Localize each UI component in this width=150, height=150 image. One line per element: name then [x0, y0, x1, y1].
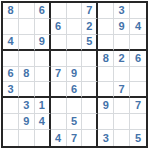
cell-r7c9[interactable]: 7: [130, 98, 146, 114]
cell-r7c4[interactable]: [51, 98, 67, 114]
cell-r1c6[interactable]: 7: [82, 3, 98, 19]
cell-r8c1[interactable]: [3, 114, 19, 130]
cell-r9c5[interactable]: 7: [67, 130, 83, 146]
cell-r9c9[interactable]: 5: [130, 130, 146, 146]
cell-r8c8[interactable]: [114, 114, 130, 130]
cell-r7c6[interactable]: [82, 98, 98, 114]
cell-r8c5[interactable]: 5: [67, 114, 83, 130]
sudoku-board-wrapper: 86736294495826687936731979454735: [0, 0, 150, 150]
cell-r6c6[interactable]: [82, 82, 98, 98]
cell-r8c6[interactable]: [82, 114, 98, 130]
cell-r1c3[interactable]: 6: [35, 3, 51, 19]
cell-r4c2[interactable]: [19, 51, 35, 67]
cell-r9c1[interactable]: [3, 130, 19, 146]
cell-r8c7[interactable]: [98, 114, 114, 130]
cell-r6c8[interactable]: 7: [114, 82, 130, 98]
cell-r2c3[interactable]: [35, 19, 51, 35]
cell-r8c3[interactable]: 4: [35, 114, 51, 130]
cell-r3c5[interactable]: [67, 35, 83, 51]
sudoku-board: 86736294495826687936731979454735: [1, 1, 148, 148]
cell-r6c7[interactable]: [98, 82, 114, 98]
cell-r8c9[interactable]: [130, 114, 146, 130]
cell-r4c4[interactable]: [51, 51, 67, 67]
cell-r7c3[interactable]: 1: [35, 98, 51, 114]
cell-r9c6[interactable]: [82, 130, 98, 146]
cell-r3c3[interactable]: 9: [35, 35, 51, 51]
cell-r2c7[interactable]: [98, 19, 114, 35]
cell-r1c8[interactable]: 3: [114, 3, 130, 19]
cell-r5c3[interactable]: [35, 67, 51, 83]
cell-r7c8[interactable]: [114, 98, 130, 114]
cell-r4c7[interactable]: 8: [98, 51, 114, 67]
cell-r3c8[interactable]: [114, 35, 130, 51]
cell-r6c2[interactable]: [19, 82, 35, 98]
cell-r6c5[interactable]: 6: [67, 82, 83, 98]
cell-r8c2[interactable]: 9: [19, 114, 35, 130]
cell-r3c7[interactable]: [98, 35, 114, 51]
cell-r2c5[interactable]: [67, 19, 83, 35]
cell-r2c6[interactable]: 2: [82, 19, 98, 35]
cell-r2c2[interactable]: [19, 19, 35, 35]
cell-r5c2[interactable]: 8: [19, 67, 35, 83]
cell-r6c4[interactable]: [51, 82, 67, 98]
cell-r6c1[interactable]: 3: [3, 82, 19, 98]
cell-r6c9[interactable]: [130, 82, 146, 98]
cell-r7c1[interactable]: [3, 98, 19, 114]
cell-r1c9[interactable]: [130, 3, 146, 19]
cell-r9c4[interactable]: 4: [51, 130, 67, 146]
cell-r1c1[interactable]: 8: [3, 3, 19, 19]
cell-r3c9[interactable]: [130, 35, 146, 51]
cell-r1c7[interactable]: [98, 3, 114, 19]
cell-r5c9[interactable]: [130, 67, 146, 83]
cell-r7c2[interactable]: 3: [19, 98, 35, 114]
cell-r3c4[interactable]: [51, 35, 67, 51]
cell-r5c1[interactable]: 6: [3, 67, 19, 83]
cell-r5c4[interactable]: 7: [51, 67, 67, 83]
cell-r3c1[interactable]: 4: [3, 35, 19, 51]
cell-r4c1[interactable]: [3, 51, 19, 67]
cell-r2c9[interactable]: 4: [130, 19, 146, 35]
cell-r1c5[interactable]: [67, 3, 83, 19]
cell-r4c5[interactable]: [67, 51, 83, 67]
cell-r1c2[interactable]: [19, 3, 35, 19]
cell-r7c7[interactable]: 9: [98, 98, 114, 114]
cell-r8c4[interactable]: [51, 114, 67, 130]
cell-r9c8[interactable]: [114, 130, 130, 146]
cell-r9c2[interactable]: [19, 130, 35, 146]
cell-r9c3[interactable]: [35, 130, 51, 146]
cell-r2c1[interactable]: [3, 19, 19, 35]
cell-r7c5[interactable]: [67, 98, 83, 114]
cell-r5c8[interactable]: [114, 67, 130, 83]
cell-r5c6[interactable]: [82, 67, 98, 83]
cell-r1c4[interactable]: [51, 3, 67, 19]
cell-r6c3[interactable]: [35, 82, 51, 98]
cell-r4c8[interactable]: 2: [114, 51, 130, 67]
cell-r2c8[interactable]: 9: [114, 19, 130, 35]
cell-r3c2[interactable]: [19, 35, 35, 51]
cell-r4c9[interactable]: 6: [130, 51, 146, 67]
cell-r5c7[interactable]: [98, 67, 114, 83]
cell-r3c6[interactable]: 5: [82, 35, 98, 51]
cell-r9c7[interactable]: 3: [98, 130, 114, 146]
cell-r2c4[interactable]: 6: [51, 19, 67, 35]
cell-r5c5[interactable]: 9: [67, 67, 83, 83]
cell-r4c3[interactable]: [35, 51, 51, 67]
cell-r4c6[interactable]: [82, 51, 98, 67]
